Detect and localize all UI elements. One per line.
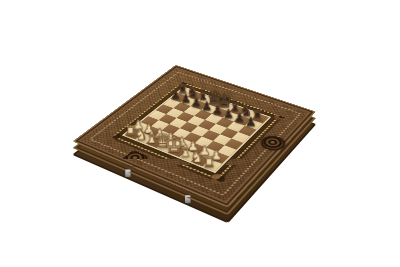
- metal-latch-icon[interactable]: [126, 170, 131, 177]
- board-scene: ♜♞♝♛♚♝♞♜♟♟♟♟♟♟♟♟♟♟♟♟♟♟♟♟♜♞♝♛♚♝♞♜: [0, 0, 400, 267]
- chess-case: ♜♞♝♛♚♝♞♜♟♟♟♟♟♟♟♟♟♟♟♟♟♟♟♟♜♞♝♛♚♝♞♜: [72, 65, 316, 208]
- piece-black-pawn[interactable]: ♟: [239, 116, 261, 128]
- product-photo-stage: ♜♞♝♛♚♝♞♜♟♟♟♟♟♟♟♟♟♟♟♟♟♟♟♟♜♞♝♛♚♝♞♜: [0, 0, 400, 267]
- carved-walnut-frame: ♜♞♝♛♚♝♞♜♟♟♟♟♟♟♟♟♟♟♟♟♟♟♟♟♜♞♝♛♚♝♞♜: [72, 65, 316, 208]
- piece-white-rook[interactable]: ♜: [197, 155, 221, 169]
- metal-latch-icon[interactable]: [185, 195, 191, 203]
